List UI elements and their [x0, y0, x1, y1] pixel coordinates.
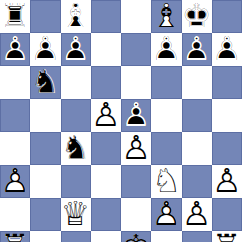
square-d3[interactable] — [91, 165, 121, 198]
black-pawn-contour: ♙ — [152, 32, 182, 65]
square-f2[interactable]: ♟♙ — [151, 198, 181, 231]
white-rook: ♜♖ — [212, 231, 242, 242]
white-pawn-contour: ♙ — [121, 131, 151, 164]
square-g1[interactable] — [182, 231, 212, 242]
white-queen: ♛♕ — [61, 198, 91, 231]
square-g6[interactable] — [182, 66, 212, 99]
square-c6[interactable] — [61, 66, 91, 99]
square-h6[interactable] — [212, 66, 242, 99]
black-pawn-contour: ♙ — [31, 32, 61, 65]
white-pawn-contour: ♙ — [182, 197, 212, 230]
square-f7[interactable]: ♟♙ — [151, 33, 181, 66]
white-rook-contour: ♖ — [212, 230, 242, 242]
black-knight: ♞♘ — [30, 66, 60, 99]
square-a5[interactable] — [0, 99, 30, 132]
black-pawn: ♟♙ — [61, 33, 91, 66]
white-knight-contour: ♘ — [152, 164, 182, 197]
white-pawn: ♟♙ — [151, 198, 181, 231]
square-f1[interactable] — [151, 231, 181, 242]
black-pawn: ♟♙ — [182, 33, 212, 66]
white-queen-contour: ♕ — [61, 197, 91, 230]
square-b1[interactable] — [30, 231, 60, 242]
square-c7[interactable]: ♟♙ — [61, 33, 91, 66]
white-pawn-contour: ♙ — [212, 164, 242, 197]
square-h1[interactable]: ♜♖ — [212, 231, 242, 242]
black-knight: ♞♘ — [61, 132, 91, 165]
square-a3[interactable]: ♟♙ — [0, 165, 30, 198]
black-pawn: ♟♙ — [0, 33, 30, 66]
square-d8[interactable] — [91, 0, 121, 33]
square-b6[interactable]: ♞♘ — [30, 66, 60, 99]
black-pawn-contour: ♙ — [212, 32, 242, 65]
black-pawn-contour: ♙ — [121, 98, 151, 131]
white-pawn: ♟♙ — [91, 99, 121, 132]
white-king: ♚♔ — [121, 231, 151, 242]
square-d4[interactable] — [91, 132, 121, 165]
white-pawn-contour: ♙ — [91, 98, 121, 131]
square-h3[interactable]: ♟♙ — [212, 165, 242, 198]
square-b2[interactable] — [30, 198, 60, 231]
black-knight-contour: ♘ — [31, 65, 61, 98]
square-g5[interactable] — [182, 99, 212, 132]
square-d1[interactable] — [91, 231, 121, 242]
square-g4[interactable] — [182, 132, 212, 165]
black-bishop-contour: ♗ — [61, 0, 91, 32]
square-b5[interactable] — [30, 99, 60, 132]
white-rook: ♜♖ — [0, 231, 30, 242]
square-g2[interactable]: ♟♙ — [182, 198, 212, 231]
square-c1[interactable] — [61, 231, 91, 242]
white-bishop-contour: ♗ — [152, 0, 182, 32]
white-pawn: ♟♙ — [0, 165, 30, 198]
square-e7[interactable] — [121, 33, 151, 66]
black-king-contour: ♔ — [182, 0, 212, 32]
black-rook-contour: ♖ — [0, 0, 30, 32]
black-pawn-contour: ♙ — [61, 32, 91, 65]
square-b4[interactable] — [30, 132, 60, 165]
square-d2[interactable] — [91, 198, 121, 231]
black-pawn: ♟♙ — [151, 33, 181, 66]
square-d5[interactable]: ♟♙ — [91, 99, 121, 132]
square-b3[interactable] — [30, 165, 60, 198]
square-e1[interactable]: ♚♔ — [121, 231, 151, 242]
square-e4[interactable]: ♟♙ — [121, 132, 151, 165]
white-pawn-contour: ♙ — [0, 164, 30, 197]
square-g7[interactable]: ♟♙ — [182, 33, 212, 66]
white-king-contour: ♔ — [121, 230, 151, 242]
square-e3[interactable] — [121, 165, 151, 198]
white-rook-contour: ♖ — [0, 230, 30, 242]
square-a6[interactable] — [0, 66, 30, 99]
white-pawn: ♟♙ — [212, 165, 242, 198]
black-pawn-contour: ♙ — [182, 32, 212, 65]
white-pawn-contour: ♙ — [152, 197, 182, 230]
square-a7[interactable]: ♟♙ — [0, 33, 30, 66]
square-a1[interactable]: ♜♖ — [0, 231, 30, 242]
square-h7[interactable]: ♟♙ — [212, 33, 242, 66]
black-knight-contour: ♘ — [61, 131, 91, 164]
square-c4[interactable]: ♞♘ — [61, 132, 91, 165]
white-pawn: ♟♙ — [121, 132, 151, 165]
square-e8[interactable] — [121, 0, 151, 33]
chess-board: ♜♖♝♗♝♗♚♔♟♙♟♙♟♙♟♙♟♙♟♙♞♘♟♙♟♙♞♘♟♙♟♙♞♘♟♙♛♕♟♙… — [0, 0, 242, 242]
square-h5[interactable] — [212, 99, 242, 132]
square-d7[interactable] — [91, 33, 121, 66]
black-pawn: ♟♙ — [212, 33, 242, 66]
square-f6[interactable] — [151, 66, 181, 99]
black-pawn-contour: ♙ — [0, 32, 30, 65]
square-f5[interactable] — [151, 99, 181, 132]
white-pawn: ♟♙ — [182, 198, 212, 231]
square-c2[interactable]: ♛♕ — [61, 198, 91, 231]
